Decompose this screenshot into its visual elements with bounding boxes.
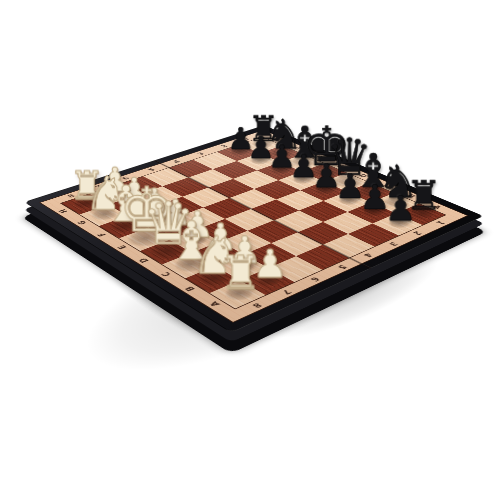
chess-board: HGFEDCBA HGFEDCBA 87654321 87654321 ♜♞♝♛… xyxy=(24,125,484,333)
black-pawn-glyph: ♟ xyxy=(359,190,442,225)
white-rook-glyph: ♜ xyxy=(194,248,287,295)
scene: HGFEDCBA HGFEDCBA 87654321 87654321 ♜♞♝♛… xyxy=(0,0,500,500)
product-photo: HGFEDCBA HGFEDCBA 87654321 87654321 ♜♞♝♛… xyxy=(0,0,500,500)
